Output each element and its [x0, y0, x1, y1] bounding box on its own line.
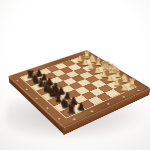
- brass-pins-right: [73, 118, 77, 120]
- square-h3[interactable]: [105, 89, 120, 97]
- white-pawn[interactable]: ♟: [119, 83, 130, 92]
- square-h4[interactable]: [96, 92, 111, 101]
- brass-pins-left: [16, 80, 19, 82]
- square-f3[interactable]: [91, 80, 106, 88]
- chess-set-photo: ♜♟♟♜♞♟♟♞♝♟♟♝♛♟♟♛♚♟♟♚♝♟♟♝♞♟♟♞♜♟♟♜: [0, 0, 150, 150]
- black-rook[interactable]: ♜: [65, 104, 77, 116]
